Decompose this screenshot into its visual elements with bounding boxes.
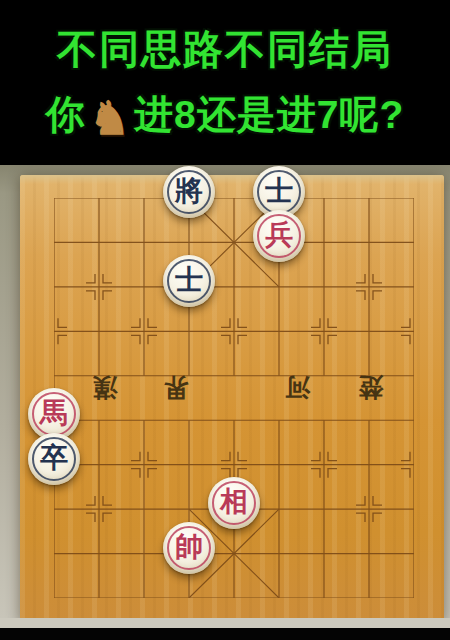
video-frame: 不同思路不同结局 你♞进8还是进7呢? 漢界河楚 將士兵士馬卒相帥 [0,0,450,640]
piece-black-general[interactable]: 將 [163,166,215,218]
piece-black-advisor-left[interactable]: 士 [163,255,215,307]
board-top-bevel [20,175,444,184]
river-label: 漢 [90,372,120,402]
caption-line2-prefix: 你 [46,93,86,136]
piece-black-soldier[interactable]: 卒 [28,433,80,485]
river-label: 河 [283,372,313,402]
caption-header: 不同思路不同结局 你♞进8还是进7呢? [0,0,450,165]
caption-line2: 你♞进8还是进7呢? [0,88,450,145]
board-photo: 漢界河楚 將士兵士馬卒相帥 [0,165,450,640]
caption-line1: 不同思路不同结局 [0,22,450,77]
river-label: 楚 [356,372,386,402]
piece-red-elephant[interactable]: 相 [208,477,260,529]
horse-emoji-icon: ♞ [89,91,131,145]
bottom-letterbox-bar [0,628,450,640]
river-label: 界 [161,372,191,402]
file-inner-lines [99,198,369,598]
caption-line2-suffix: 进8还是进7呢? [134,93,404,136]
piece-red-general[interactable]: 帥 [163,522,215,574]
